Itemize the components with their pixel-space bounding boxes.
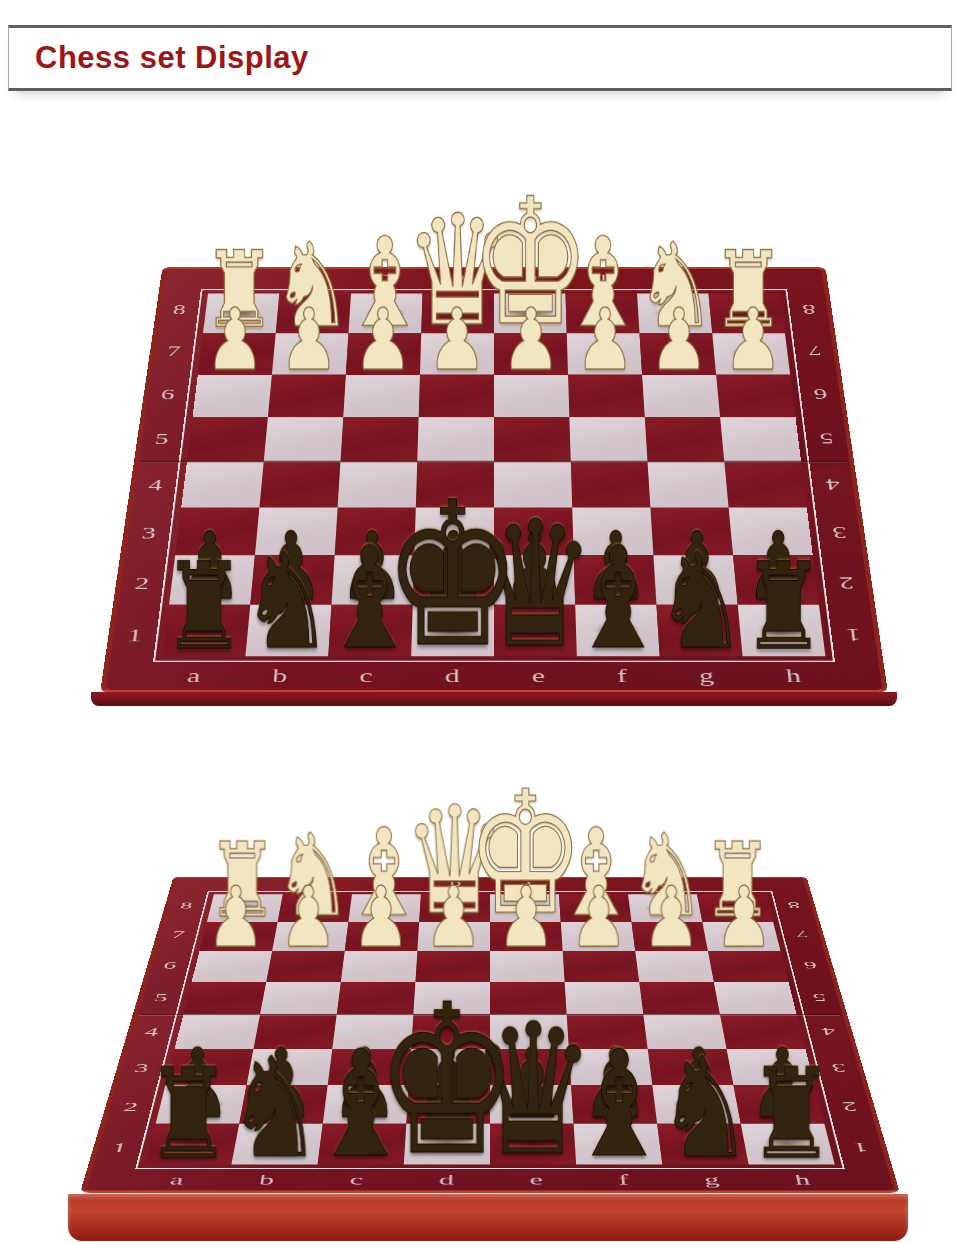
square-b4 bbox=[259, 462, 340, 508]
file-label-bottom-h: h bbox=[785, 666, 802, 685]
squares-frame-line: ♜♞♝♛♚♝♞♜♟♟♟♟♟♟♟♟♟♟♟♟♟♟♟♟♜♞♝♚♛♝♞♜ bbox=[135, 891, 844, 1169]
square-g1: ♞ bbox=[656, 605, 742, 657]
rank-label-left-3: 3 bbox=[141, 525, 157, 542]
bottom-board-front-edge bbox=[68, 1194, 908, 1241]
rank-label-right-6: 6 bbox=[812, 386, 827, 401]
dark-rook-h1: ♜ bbox=[748, 1064, 835, 1164]
square-a7: ♟ bbox=[199, 922, 277, 951]
square-h1: ♜ bbox=[741, 1124, 835, 1165]
rank-label-right-4: 4 bbox=[825, 477, 841, 493]
square-a7: ♟ bbox=[198, 333, 276, 374]
dark-knight-b1: ♞ bbox=[226, 1053, 322, 1163]
square-g5 bbox=[645, 417, 725, 461]
frame-corner bbox=[86, 1169, 136, 1191]
top-board: abcdefgh87654321♜♞♝♛♚♝♞♜♟♟♟♟♟♟♟♟♟♟♟♟♟♟♟♟… bbox=[100, 267, 888, 693]
rank-label-right-5: 5 bbox=[811, 992, 827, 1003]
file-label-bottom: abcdefgh bbox=[130, 1169, 851, 1191]
rank-label-left-8: 8 bbox=[172, 303, 187, 317]
square-h6 bbox=[708, 951, 788, 982]
square-h4 bbox=[724, 462, 807, 508]
dark-rook-a1: ♜ bbox=[162, 559, 246, 655]
square-h5 bbox=[720, 417, 801, 461]
square-h1: ♜ bbox=[738, 605, 826, 657]
dark-knight-g1: ♞ bbox=[655, 549, 748, 655]
dark-rook-h1: ♜ bbox=[742, 559, 826, 655]
rank-label-left-6: 6 bbox=[162, 960, 177, 970]
file-label-bottom-c: c bbox=[359, 666, 373, 685]
white-pawn-b7: ♟ bbox=[279, 884, 337, 951]
square-a6 bbox=[192, 951, 272, 982]
dark-knight-g1: ♞ bbox=[657, 1053, 753, 1163]
square-g4 bbox=[648, 462, 729, 508]
square-f7: ♟ bbox=[567, 333, 642, 374]
file-label-bottom-a: a bbox=[169, 1172, 186, 1187]
square-d1: ♚ bbox=[411, 605, 494, 657]
square-b7: ♟ bbox=[272, 333, 349, 374]
rank-label-right-6: 6 bbox=[802, 960, 817, 970]
white-pawn-d7: ♟ bbox=[427, 306, 487, 374]
top-board-photo: abcdefgh87654321♜♞♝♛♚♝♞♜♟♟♟♟♟♟♟♟♟♟♟♟♟♟♟♟… bbox=[0, 0, 960, 706]
rank-label-right-1: 1 bbox=[845, 626, 862, 644]
square-d7: ♟ bbox=[420, 333, 494, 374]
dark-king-d1: ♚ bbox=[375, 998, 520, 1163]
file-label-bottom-e: e bbox=[529, 1172, 543, 1187]
white-pawn-f7: ♟ bbox=[575, 306, 635, 374]
rank-label-right-4: 4 bbox=[820, 1026, 836, 1038]
file-label-bottom-g: g bbox=[698, 666, 714, 685]
square-b1: ♞ bbox=[245, 605, 331, 657]
dark-bishop-f1: ♝ bbox=[569, 542, 667, 655]
top-board-front-edge bbox=[91, 692, 897, 706]
square-a1: ♜ bbox=[145, 1124, 239, 1165]
white-pawn-h7: ♟ bbox=[715, 884, 773, 951]
white-pawn-e7: ♟ bbox=[501, 306, 561, 374]
file-label-bottom-g: g bbox=[703, 1172, 720, 1187]
square-e7: ♟ bbox=[494, 333, 568, 374]
frame-corner bbox=[835, 662, 883, 690]
square-a4 bbox=[181, 462, 264, 508]
square-c6 bbox=[343, 375, 420, 418]
square-g6 bbox=[635, 951, 714, 982]
white-pawn-f7: ♟ bbox=[570, 884, 628, 951]
square-f6 bbox=[568, 375, 645, 418]
square-h7: ♟ bbox=[712, 333, 790, 374]
rank-label-right-1: 1 bbox=[851, 1141, 869, 1155]
rank-label-right-8: 8 bbox=[786, 901, 800, 910]
frame-corner bbox=[105, 662, 153, 690]
file-label-bottom-a: a bbox=[186, 666, 201, 685]
rank-label-right-2: 2 bbox=[840, 1100, 858, 1113]
file-label-bottom-d: d bbox=[445, 666, 460, 685]
squares-frame-line: ♜♞♝♛♚♝♞♜♟♟♟♟♟♟♟♟♟♟♟♟♟♟♟♟♜♞♝♚♛♝♞♜ bbox=[153, 289, 835, 661]
square-g7: ♟ bbox=[632, 922, 708, 951]
white-pawn-e7: ♟ bbox=[497, 884, 555, 951]
file-label-bottom: abcdefgh bbox=[149, 662, 838, 690]
square-g6 bbox=[642, 375, 720, 418]
square-g5 bbox=[639, 982, 720, 1014]
rank-label-left-6: 6 bbox=[160, 386, 175, 401]
square-h6 bbox=[716, 375, 795, 418]
frame-corner bbox=[173, 878, 211, 891]
rank-label-left-2: 2 bbox=[134, 574, 151, 592]
square-c7: ♟ bbox=[346, 333, 421, 374]
square-f7: ♟ bbox=[561, 922, 635, 951]
rank-label-left-7: 7 bbox=[171, 930, 186, 940]
frame-corner bbox=[163, 269, 203, 289]
rank-label-right-7: 7 bbox=[794, 930, 809, 940]
file-label-bottom-f: f bbox=[618, 1172, 629, 1187]
rank-label-left-1: 1 bbox=[126, 626, 143, 644]
white-pawn-g7: ♟ bbox=[642, 884, 700, 951]
file-label-bottom-h: h bbox=[793, 1172, 811, 1187]
rank-label-right-2: 2 bbox=[838, 574, 855, 592]
rank-label-left-4: 4 bbox=[147, 477, 163, 493]
top-board-frame: abcdefgh87654321♜♞♝♛♚♝♞♜♟♟♟♟♟♟♟♟♟♟♟♟♟♟♟♟… bbox=[100, 267, 888, 693]
frame-corner bbox=[785, 269, 825, 289]
square-h5 bbox=[714, 982, 797, 1014]
white-pawn-b7: ♟ bbox=[279, 306, 339, 374]
bottom-board-photo: abcdefgh87654321♜♞♝♛♚♝♞♜♟♟♟♟♟♟♟♟♟♟♟♟♟♟♟♟… bbox=[0, 706, 960, 1243]
bottom-squares-grid: ♜♞♝♛♚♝♞♜♟♟♟♟♟♟♟♟♟♟♟♟♟♟♟♟♜♞♝♚♛♝♞♜ bbox=[145, 894, 835, 1164]
square-e5 bbox=[494, 417, 571, 461]
rank-label-right-5: 5 bbox=[818, 431, 834, 447]
square-b5 bbox=[260, 982, 341, 1014]
bottom-board: abcdefgh87654321♜♞♝♛♚♝♞♜♟♟♟♟♟♟♟♟♟♟♟♟♟♟♟♟… bbox=[80, 877, 900, 1193]
white-pawn-d7: ♟ bbox=[425, 884, 483, 951]
rank-label-right-3: 3 bbox=[831, 525, 847, 542]
square-f6 bbox=[563, 951, 640, 982]
square-g7: ♟ bbox=[639, 333, 716, 374]
square-c5 bbox=[340, 417, 418, 461]
rank-label-left-1: 1 bbox=[110, 1141, 128, 1155]
frame-corner bbox=[769, 878, 807, 891]
square-b7: ♟ bbox=[272, 922, 348, 951]
square-a5 bbox=[187, 417, 268, 461]
rank-label-left-5: 5 bbox=[154, 431, 170, 447]
white-pawn-a7: ♟ bbox=[205, 306, 265, 374]
rank-label-left-8: 8 bbox=[179, 901, 193, 910]
file-label-bottom-d: d bbox=[439, 1172, 454, 1187]
square-a5 bbox=[183, 982, 266, 1014]
square-f5 bbox=[569, 417, 647, 461]
square-e6 bbox=[494, 375, 569, 418]
white-pawn-h7: ♟ bbox=[723, 306, 783, 374]
rank-label-left-4: 4 bbox=[143, 1026, 159, 1038]
square-c7: ♟ bbox=[345, 922, 419, 951]
square-b6 bbox=[268, 375, 346, 418]
file-label-bottom-c: c bbox=[349, 1172, 364, 1187]
rank-label-left-2: 2 bbox=[122, 1100, 140, 1113]
dark-rook-a1: ♜ bbox=[145, 1064, 232, 1164]
file-label-bottom-b: b bbox=[258, 1172, 275, 1187]
square-b6 bbox=[266, 951, 345, 982]
top-squares-grid: ♜♞♝♛♚♝♞♜♟♟♟♟♟♟♟♟♟♟♟♟♟♟♟♟♜♞♝♚♛♝♞♜ bbox=[163, 294, 826, 657]
file-label-bottom-f: f bbox=[617, 666, 628, 685]
square-f1: ♝ bbox=[575, 605, 659, 657]
rank-label-right-7: 7 bbox=[807, 344, 822, 359]
white-pawn-a7: ♟ bbox=[207, 884, 265, 951]
rank-label-right-8: 8 bbox=[801, 303, 816, 317]
square-d7: ♟ bbox=[417, 922, 490, 951]
square-d6 bbox=[419, 375, 494, 418]
square-a1: ♜ bbox=[163, 605, 251, 657]
white-pawn-c7: ♟ bbox=[353, 306, 413, 374]
square-d1: ♚ bbox=[404, 1124, 490, 1165]
rank-label-left-7: 7 bbox=[166, 344, 181, 359]
file-label-bottom-e: e bbox=[532, 666, 546, 685]
white-pawn-c7: ♟ bbox=[352, 884, 410, 951]
square-g1: ♞ bbox=[657, 1124, 748, 1165]
frame-corner bbox=[845, 1169, 895, 1191]
rank-label-left-5: 5 bbox=[153, 992, 169, 1003]
file-label-bottom-b: b bbox=[272, 666, 288, 685]
dark-knight-b1: ♞ bbox=[241, 549, 334, 655]
square-e7: ♟ bbox=[490, 922, 563, 951]
bottom-board-frame: abcdefgh87654321♜♞♝♛♚♝♞♜♟♟♟♟♟♟♟♟♟♟♟♟♟♟♟♟… bbox=[80, 877, 900, 1193]
square-a6 bbox=[193, 375, 272, 418]
square-b5 bbox=[264, 417, 344, 461]
square-h7: ♟ bbox=[702, 922, 780, 951]
dark-king-d1: ♚ bbox=[383, 496, 522, 655]
square-d5 bbox=[417, 417, 494, 461]
white-pawn-g7: ♟ bbox=[649, 306, 709, 374]
